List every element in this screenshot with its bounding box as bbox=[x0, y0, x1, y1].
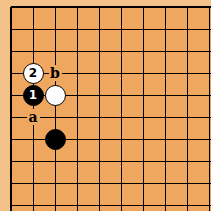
board-background bbox=[10, 6, 211, 211]
grid-line-vertical bbox=[187, 7, 188, 211]
point-label-a: a bbox=[27, 109, 40, 125]
grid-line-vertical bbox=[165, 7, 166, 211]
black-stone-move-1: 1 bbox=[23, 85, 44, 106]
grid-line-horizontal bbox=[11, 117, 211, 118]
black-stone bbox=[45, 129, 66, 150]
grid-line-horizontal bbox=[11, 161, 211, 162]
grid-line-vertical bbox=[77, 7, 78, 211]
grid-line-horizontal bbox=[11, 205, 211, 206]
grid-line-horizontal bbox=[11, 183, 211, 184]
go-diagram-screenshot: ab21 bbox=[0, 0, 211, 211]
grid-line-horizontal bbox=[11, 139, 211, 140]
grid-line-horizontal bbox=[11, 29, 211, 30]
grid-line-horizontal bbox=[11, 51, 211, 52]
white-stone-move-2: 2 bbox=[23, 63, 44, 84]
stone-move-number: 1 bbox=[29, 89, 37, 101]
grid-line-vertical bbox=[121, 7, 122, 211]
white-stone bbox=[45, 85, 66, 106]
grid-line-vertical bbox=[10, 7, 12, 211]
grid-line-vertical bbox=[55, 7, 56, 211]
grid-line-horizontal bbox=[11, 6, 211, 8]
stone-move-number: 2 bbox=[29, 67, 37, 79]
grid-line-vertical bbox=[99, 7, 100, 211]
grid-line-vertical bbox=[209, 7, 210, 211]
grid-line-vertical bbox=[143, 7, 144, 211]
point-label-b: b bbox=[49, 65, 62, 81]
